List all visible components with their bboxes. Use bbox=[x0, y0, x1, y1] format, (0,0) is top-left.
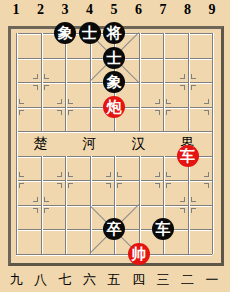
point-marker bbox=[117, 172, 122, 177]
point-marker bbox=[44, 208, 49, 213]
piece-black-elephant[interactable]: 象 bbox=[54, 22, 76, 44]
point-marker bbox=[155, 110, 160, 115]
point-marker bbox=[106, 172, 111, 177]
file-label-top: 4 bbox=[81, 2, 99, 18]
file-label-bottom: 三 bbox=[154, 271, 172, 289]
piece-black-chariot[interactable]: 车 bbox=[152, 218, 174, 240]
grid-line bbox=[16, 33, 17, 254]
file-label-bottom: 八 bbox=[32, 271, 50, 289]
point-marker bbox=[180, 74, 185, 79]
file-label-bottom: 九 bbox=[7, 271, 25, 289]
point-marker bbox=[166, 110, 171, 115]
point-marker bbox=[191, 197, 196, 202]
file-label-top: 5 bbox=[105, 2, 123, 18]
point-marker bbox=[166, 172, 171, 177]
point-marker bbox=[68, 99, 73, 104]
river-text: 楚 bbox=[31, 135, 51, 153]
piece-black-advisor[interactable]: 士 bbox=[103, 47, 125, 69]
point-marker bbox=[57, 172, 62, 177]
river-text: 河 bbox=[80, 135, 100, 153]
point-marker bbox=[204, 99, 209, 104]
point-marker bbox=[180, 208, 185, 213]
point-marker bbox=[33, 85, 38, 90]
piece-black-general[interactable]: 将 bbox=[103, 22, 125, 44]
point-marker bbox=[117, 183, 122, 188]
point-marker bbox=[57, 99, 62, 104]
file-label-top: 9 bbox=[203, 2, 221, 18]
file-label-top: 7 bbox=[154, 2, 172, 18]
point-marker bbox=[204, 183, 209, 188]
point-marker bbox=[57, 183, 62, 188]
point-marker bbox=[44, 85, 49, 90]
piece-black-elephant[interactable]: 象 bbox=[103, 71, 125, 93]
point-marker bbox=[204, 110, 209, 115]
point-marker bbox=[68, 110, 73, 115]
point-marker bbox=[19, 172, 24, 177]
point-marker bbox=[33, 197, 38, 202]
grid-line bbox=[16, 254, 212, 255]
point-marker bbox=[166, 99, 171, 104]
piece-red-chariot[interactable]: 车 bbox=[177, 145, 199, 167]
point-marker bbox=[68, 172, 73, 177]
piece-red-general[interactable]: 帅 bbox=[128, 243, 150, 265]
piece-red-cannon[interactable]: 炮 bbox=[103, 96, 125, 118]
file-label-bottom: 五 bbox=[105, 271, 123, 289]
point-marker bbox=[155, 172, 160, 177]
grid-line bbox=[65, 156, 66, 254]
point-marker bbox=[19, 99, 24, 104]
grid-line bbox=[16, 131, 212, 132]
piece-black-advisor[interactable]: 士 bbox=[79, 22, 101, 44]
point-marker bbox=[19, 183, 24, 188]
file-label-top: 2 bbox=[32, 2, 50, 18]
file-label-top: 6 bbox=[130, 2, 148, 18]
grid-line bbox=[188, 156, 189, 254]
grid-line bbox=[212, 33, 213, 254]
point-marker bbox=[155, 99, 160, 104]
point-marker bbox=[44, 74, 49, 79]
grid-line bbox=[65, 33, 66, 131]
xiangqi-board-screen: 123456789九八七六五四三二一 楚河汉界 象士将士象炮车卒车帅 bbox=[0, 0, 230, 292]
point-marker bbox=[155, 183, 160, 188]
grid-line bbox=[163, 33, 164, 131]
river-text: 汉 bbox=[129, 135, 149, 153]
file-label-bottom: 四 bbox=[130, 271, 148, 289]
point-marker bbox=[166, 183, 171, 188]
point-marker bbox=[191, 85, 196, 90]
point-marker bbox=[180, 197, 185, 202]
point-marker bbox=[180, 85, 185, 90]
file-label-top: 1 bbox=[7, 2, 25, 18]
point-marker bbox=[191, 208, 196, 213]
point-marker bbox=[33, 74, 38, 79]
point-marker bbox=[57, 110, 62, 115]
grid-line bbox=[188, 33, 189, 131]
point-marker bbox=[106, 183, 111, 188]
point-marker bbox=[204, 172, 209, 177]
piece-black-soldier[interactable]: 卒 bbox=[103, 218, 125, 240]
point-marker bbox=[44, 197, 49, 202]
point-marker bbox=[191, 74, 196, 79]
file-label-bottom: 六 bbox=[81, 271, 99, 289]
file-label-bottom: 二 bbox=[179, 271, 197, 289]
point-marker bbox=[33, 208, 38, 213]
grid-line bbox=[41, 33, 42, 131]
point-marker bbox=[19, 110, 24, 115]
file-label-top: 8 bbox=[179, 2, 197, 18]
file-label-bottom: 一 bbox=[203, 271, 221, 289]
point-marker bbox=[68, 183, 73, 188]
file-label-bottom: 七 bbox=[56, 271, 74, 289]
file-label-top: 3 bbox=[56, 2, 74, 18]
grid-line bbox=[41, 156, 42, 254]
